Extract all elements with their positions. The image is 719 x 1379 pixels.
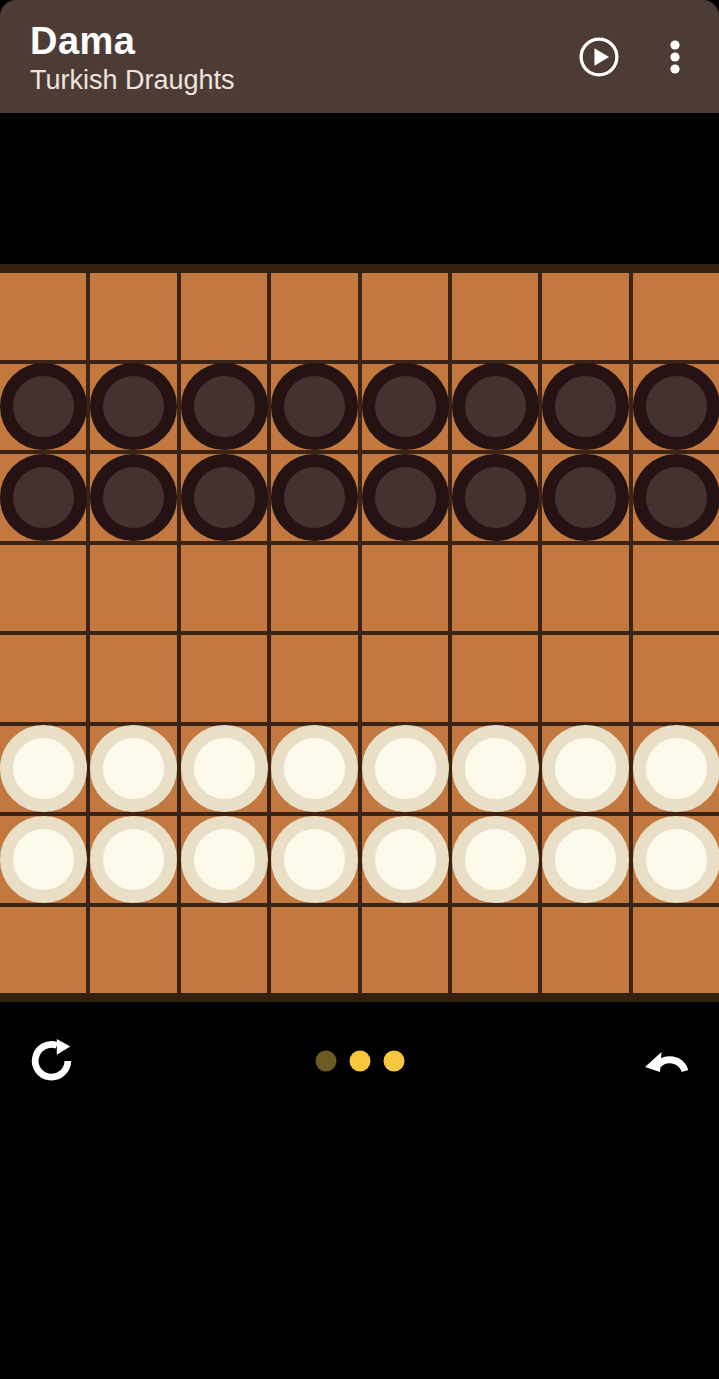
board-square[interactable] [90,726,176,813]
board-square[interactable] [452,726,538,813]
board-square[interactable] [271,816,357,903]
board-square[interactable] [0,816,86,903]
board-square[interactable] [452,907,538,994]
board-square[interactable] [362,364,448,451]
piece-dark[interactable] [362,454,449,541]
board-square[interactable] [452,816,538,903]
redo-icon [28,1037,76,1085]
board-square[interactable] [542,907,628,994]
board-square[interactable] [181,273,267,360]
piece-light[interactable] [181,725,268,812]
board-square[interactable] [90,364,176,451]
app-title: Dama [30,21,577,61]
board-square[interactable] [452,454,538,541]
piece-light[interactable] [633,816,719,903]
piece-light[interactable] [0,725,87,812]
board-square[interactable] [633,273,719,360]
kebab-menu-icon [663,33,687,81]
piece-light[interactable] [542,725,629,812]
piece-light[interactable] [271,725,358,812]
page-dot [383,1051,404,1072]
piece-dark[interactable] [181,454,268,541]
board-square[interactable] [0,907,86,994]
board-square[interactable] [633,635,719,722]
board-square[interactable] [271,545,357,632]
board-square[interactable] [633,907,719,994]
board-grid [0,273,719,993]
piece-light[interactable] [542,816,629,903]
board-square[interactable] [362,273,448,360]
page-indicator [315,1051,404,1072]
play-button[interactable] [577,35,621,79]
piece-dark[interactable] [271,454,358,541]
board-square[interactable] [271,635,357,722]
piece-dark[interactable] [0,454,87,541]
board-square[interactable] [633,364,719,451]
board-square[interactable] [181,635,267,722]
board [0,264,719,1002]
board-square[interactable] [633,726,719,813]
board-square[interactable] [452,635,538,722]
board-square[interactable] [181,545,267,632]
piece-light[interactable] [90,816,177,903]
board-square[interactable] [542,545,628,632]
board-square[interactable] [362,545,448,632]
piece-light[interactable] [271,816,358,903]
board-square[interactable] [181,364,267,451]
piece-dark[interactable] [633,363,719,450]
app-subtitle: Turkish Draughts [30,64,577,96]
board-square[interactable] [181,907,267,994]
board-square[interactable] [0,273,86,360]
board-square[interactable] [90,545,176,632]
piece-dark[interactable] [542,363,629,450]
board-square[interactable] [362,454,448,541]
board-square[interactable] [633,545,719,632]
overflow-menu-button[interactable] [663,33,687,81]
board-square[interactable] [362,726,448,813]
piece-dark[interactable] [90,363,177,450]
app-screen: Dama Turkish Draughts [0,0,719,1379]
app-bar: Dama Turkish Draughts [0,0,719,113]
board-square[interactable] [271,364,357,451]
piece-light[interactable] [181,816,268,903]
page-dot [349,1051,370,1072]
piece-dark[interactable] [271,363,358,450]
board-frame-top [0,264,719,273]
redo-button[interactable] [27,1036,77,1086]
board-square[interactable] [0,364,86,451]
board-square[interactable] [452,545,538,632]
piece-dark[interactable] [90,454,177,541]
piece-dark[interactable] [452,363,539,450]
board-square[interactable] [181,454,267,541]
board-square[interactable] [633,816,719,903]
board-square[interactable] [181,726,267,813]
bottom-toolbar [0,1028,719,1094]
board-square[interactable] [362,635,448,722]
board-square[interactable] [0,545,86,632]
undo-icon [644,1041,692,1081]
board-square[interactable] [542,816,628,903]
board-square[interactable] [452,273,538,360]
board-square[interactable] [0,635,86,722]
board-square[interactable] [542,364,628,451]
board-square[interactable] [271,273,357,360]
board-square[interactable] [0,454,86,541]
piece-light[interactable] [452,725,539,812]
board-square[interactable] [542,726,628,813]
board-square[interactable] [542,454,628,541]
piece-dark[interactable] [0,363,87,450]
piece-dark[interactable] [633,454,719,541]
board-square[interactable] [542,273,628,360]
board-square[interactable] [181,816,267,903]
board-square[interactable] [90,635,176,722]
app-bar-titles: Dama Turkish Draughts [30,17,577,96]
board-square[interactable] [90,907,176,994]
piece-dark[interactable] [362,363,449,450]
board-frame-bottom [0,993,719,1002]
piece-light[interactable] [633,725,719,812]
board-square[interactable] [90,273,176,360]
board-square[interactable] [633,454,719,541]
play-circle-icon [577,35,621,79]
board-square[interactable] [362,907,448,994]
piece-dark[interactable] [181,363,268,450]
board-square[interactable] [271,907,357,994]
undo-button[interactable] [643,1036,693,1086]
board-square[interactable] [271,454,357,541]
board-square[interactable] [542,635,628,722]
board-square[interactable] [90,816,176,903]
piece-light[interactable] [362,816,449,903]
app-bar-actions [577,33,687,81]
piece-dark[interactable] [542,454,629,541]
piece-light[interactable] [0,816,87,903]
piece-light[interactable] [452,816,539,903]
piece-light[interactable] [90,725,177,812]
page-dot [315,1051,336,1072]
board-square[interactable] [90,454,176,541]
piece-dark[interactable] [452,454,539,541]
board-square[interactable] [0,726,86,813]
board-square[interactable] [362,816,448,903]
board-square[interactable] [271,726,357,813]
board-square[interactable] [452,364,538,451]
piece-light[interactable] [362,725,449,812]
